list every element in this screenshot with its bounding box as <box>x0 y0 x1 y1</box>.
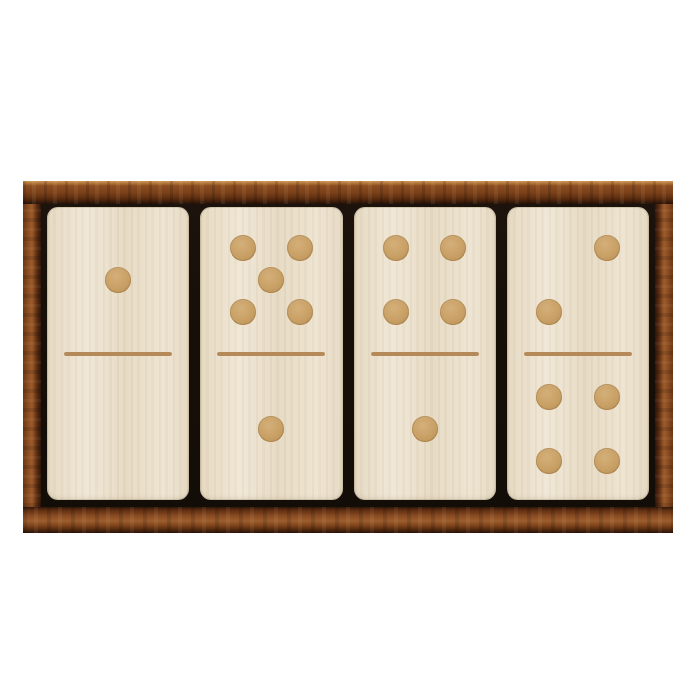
box-frame-bottom <box>23 507 673 533</box>
pip <box>383 299 409 325</box>
pip <box>594 235 620 261</box>
tile-top-half <box>507 207 649 352</box>
pip <box>105 267 131 293</box>
pip <box>594 384 620 410</box>
domino-tile-5-1[interactable] <box>200 207 342 500</box>
pip <box>440 299 466 325</box>
box-frame-top <box>23 181 673 204</box>
tile-bottom-half <box>200 356 342 501</box>
pip <box>536 299 562 325</box>
box-tray <box>41 204 655 507</box>
tile-bottom-half <box>47 356 189 501</box>
pip <box>287 235 313 261</box>
box-interior <box>41 204 655 507</box>
pip <box>230 235 256 261</box>
pip <box>594 448 620 474</box>
pip <box>258 267 284 293</box>
product-photo <box>0 0 700 700</box>
pip <box>383 235 409 261</box>
domino-tile-1-0[interactable] <box>47 207 189 500</box>
pip <box>412 416 438 442</box>
domino-tile-2-4[interactable] <box>507 207 649 500</box>
pip <box>536 384 562 410</box>
tile-bottom-half <box>507 356 649 501</box>
domino-box <box>23 181 673 533</box>
pip <box>230 299 256 325</box>
tile-bottom-half <box>354 356 496 501</box>
tile-top-half <box>354 207 496 352</box>
box-frame-right <box>655 204 673 507</box>
tile-top-half <box>200 207 342 352</box>
domino-tile-4-1[interactable] <box>354 207 496 500</box>
pip <box>536 448 562 474</box>
tile-top-half <box>47 207 189 352</box>
pip <box>258 416 284 442</box>
pip <box>440 235 466 261</box>
pip <box>287 299 313 325</box>
box-frame-left <box>23 204 41 507</box>
